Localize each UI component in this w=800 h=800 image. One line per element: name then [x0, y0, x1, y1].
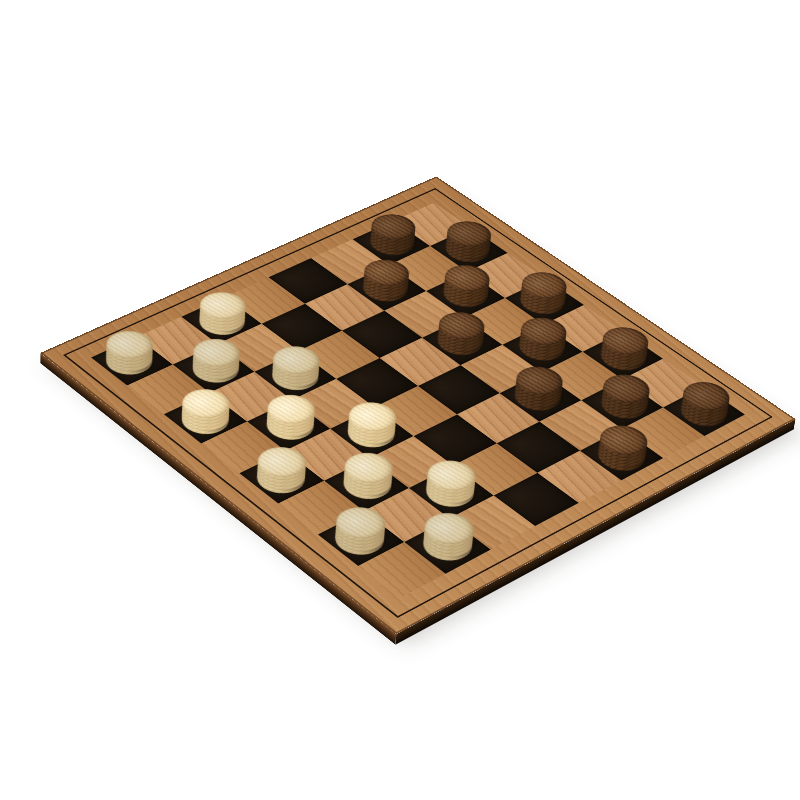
light-piece[interactable] [172, 400, 238, 440]
light-piece[interactable] [325, 517, 394, 561]
dark-piece[interactable] [510, 328, 574, 366]
product-photo-background [0, 0, 800, 800]
checkers-board [40, 176, 795, 634]
dark-piece[interactable] [435, 276, 498, 312]
square-r4c4[interactable] [336, 358, 418, 407]
light-piece[interactable] [247, 457, 314, 499]
dark-piece[interactable] [592, 338, 656, 376]
dark-piece[interactable] [672, 392, 737, 431]
playing-field [91, 203, 745, 599]
light-piece[interactable] [97, 342, 162, 381]
dark-piece[interactable] [592, 385, 657, 424]
dark-piece[interactable] [354, 270, 417, 306]
light-piece[interactable] [263, 357, 328, 396]
